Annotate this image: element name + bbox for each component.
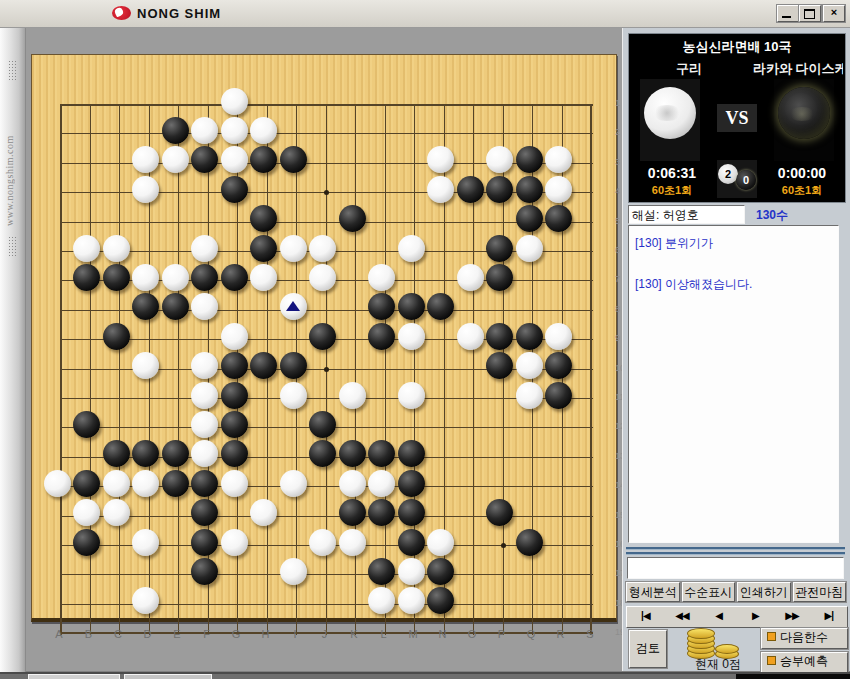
close-button[interactable]: × (823, 5, 845, 22)
stone-black-B14 (73, 470, 100, 497)
col-label-D: D (144, 628, 152, 640)
toolbar-button-0[interactable]: 형세분석 (626, 582, 680, 602)
window-title: NONG SHIM (137, 6, 221, 21)
stone-black-I10 (280, 352, 307, 379)
stone-black-E2 (162, 117, 189, 144)
stone-black-L17 (368, 558, 395, 585)
stone-white-B6 (73, 235, 100, 262)
stone-black-L8 (368, 293, 395, 320)
stone-black-D13 (132, 440, 159, 467)
stone-black-F15 (191, 499, 218, 526)
stone-black-E13 (162, 440, 189, 467)
stone-black-C13 (103, 440, 130, 467)
row-label-6: 6 (615, 245, 620, 255)
stone-black-P4 (486, 176, 513, 203)
bullet-icon (767, 632, 776, 641)
black-clock: 0:00:00 (764, 165, 840, 181)
chat-input[interactable] (627, 557, 844, 579)
white-capture-count: 2 (718, 164, 738, 184)
grid-line-h (60, 133, 593, 134)
col-label-L: L (380, 628, 386, 640)
row-label-9: 9 (615, 333, 620, 343)
grip-dots-bottom (8, 236, 16, 258)
stone-black-P9 (486, 323, 513, 350)
stone-black-R11 (545, 382, 572, 409)
playback-next-button[interactable]: ▶ (737, 607, 774, 627)
coin (715, 644, 739, 654)
playback-first-button[interactable]: |◀ (627, 607, 664, 627)
stone-white-L7 (368, 264, 395, 291)
bullet-icon (767, 656, 776, 665)
stone-black-Q9 (516, 323, 543, 350)
stone-black-E14 (162, 470, 189, 497)
background-window-button (28, 674, 120, 679)
toolbar-button-2[interactable]: 인쇄하기 (737, 582, 791, 602)
stone-black-D8 (132, 293, 159, 320)
stone-black-P15 (486, 499, 513, 526)
move-counter: 130수 (756, 207, 788, 224)
white-player-avatar (640, 79, 700, 161)
stone-black-P10 (486, 352, 513, 379)
playback-last-button[interactable]: ▶| (810, 607, 847, 627)
chat-message-0: [130] 분위기가 (635, 235, 838, 252)
stone-white-N16 (427, 529, 454, 556)
stone-white-C15 (103, 499, 130, 526)
stone-white-M9 (398, 323, 425, 350)
col-label-B: B (85, 628, 92, 640)
stone-white-G16 (221, 529, 248, 556)
stone-white-A14 (44, 470, 71, 497)
col-label-P: P (498, 628, 505, 640)
stone-black-G13 (221, 440, 248, 467)
stone-white-F2 (191, 117, 218, 144)
stone-black-B16 (73, 529, 100, 556)
stone-black-L13 (368, 440, 395, 467)
stone-white-I14 (280, 470, 307, 497)
commentary-chat[interactable]: [130] 분위기가[130] 이상해졌습니다. (628, 225, 839, 543)
row-label-8: 8 (615, 304, 620, 314)
commentator-box: 해설: 허영호 (628, 205, 745, 224)
stone-black-G12 (221, 411, 248, 438)
row-label-2: 2 (615, 127, 620, 137)
stone-black-M8 (398, 293, 425, 320)
stone-black-G10 (221, 352, 248, 379)
stone-white-E7 (162, 264, 189, 291)
stone-black-K5 (339, 205, 366, 232)
stone-white-K16 (339, 529, 366, 556)
stone-white-M6 (398, 235, 425, 262)
stone-white-D16 (132, 529, 159, 556)
stone-black-C7 (103, 264, 130, 291)
col-label-F: F (203, 628, 210, 640)
review-button[interactable]: 검토 (629, 630, 667, 668)
stone-black-K13 (339, 440, 366, 467)
col-label-K: K (350, 628, 357, 640)
stone-black-M14 (398, 470, 425, 497)
col-label-C: C (114, 628, 122, 640)
stone-white-G1 (221, 88, 248, 115)
stone-black-N17 (427, 558, 454, 585)
stone-white-J16 (309, 529, 336, 556)
next-move-button[interactable]: 다음한수 (761, 628, 848, 649)
stone-black-J9 (309, 323, 336, 350)
stone-black-L9 (368, 323, 395, 350)
stone-white-P3 (486, 146, 513, 173)
star-point (324, 367, 329, 372)
col-label-A: A (55, 628, 62, 640)
stone-white-C6 (103, 235, 130, 262)
stone-white-K11 (339, 382, 366, 409)
stone-black-Q16 (516, 529, 543, 556)
playback-controls: |◀◀◀◀▶▶▶▶| (626, 606, 848, 628)
capture-counts: 2 0 (717, 160, 757, 198)
col-label-O: O (468, 628, 477, 640)
stone-white-D14 (132, 470, 159, 497)
board-grid (60, 104, 592, 634)
player-name-white: 구리 (637, 60, 741, 78)
current-points-label: 현재 0점 (681, 656, 755, 673)
stone-black-H5 (250, 205, 277, 232)
stone-white-D7 (132, 264, 159, 291)
grid-line-v (590, 104, 592, 635)
playback-prev-button[interactable]: ◀ (700, 607, 737, 627)
row-label-4: 4 (615, 186, 620, 196)
stone-black-F3 (191, 146, 218, 173)
col-label-Q: Q (527, 628, 536, 640)
white-clock: 0:06:31 (634, 165, 710, 181)
chat-message-1: [130] 이상해졌습니다. (635, 276, 838, 293)
stone-black-H10 (250, 352, 277, 379)
grid-line-v (385, 104, 386, 635)
stone-black-F14 (191, 470, 218, 497)
grid-line-h (60, 398, 593, 399)
col-label-G: G (232, 628, 241, 640)
stone-white-R4 (545, 176, 572, 203)
stone-white-R9 (545, 323, 572, 350)
coin (687, 628, 715, 639)
last-move-triangle-marker (286, 301, 300, 311)
stone-white-G9 (221, 323, 248, 350)
grid-line-h (60, 574, 593, 575)
stone-white-Q10 (516, 352, 543, 379)
stone-white-J7 (309, 264, 336, 291)
col-label-M: M (408, 628, 417, 640)
stone-black-G11 (221, 382, 248, 409)
playback-fast-rewind-button[interactable]: ◀◀ (664, 607, 701, 627)
go-board[interactable] (31, 54, 617, 622)
star-point (501, 543, 506, 548)
stone-white-F12 (191, 411, 218, 438)
stone-black-R10 (545, 352, 572, 379)
black-byoyomi: 60초1회 (764, 183, 840, 198)
stone-white-F6 (191, 235, 218, 262)
black-player-avatar (774, 79, 834, 161)
stone-black-O4 (457, 176, 484, 203)
stone-black-F16 (191, 529, 218, 556)
background-window-button (124, 674, 212, 679)
stone-black-K15 (339, 499, 366, 526)
stone-white-N3 (427, 146, 454, 173)
vs-label: VS (717, 104, 757, 132)
col-label-I: I (293, 628, 296, 640)
stone-white-Q6 (516, 235, 543, 262)
black-capture-count: 0 (736, 170, 756, 190)
panel-separator (626, 547, 845, 557)
stone-black-L15 (368, 499, 395, 526)
stone-white-O7 (457, 264, 484, 291)
stone-white-H7 (250, 264, 277, 291)
stone-black-F7 (191, 264, 218, 291)
grid-line-h (60, 104, 593, 106)
stone-white-H2 (250, 117, 277, 144)
stone-white-O9 (457, 323, 484, 350)
toolbar-button-3[interactable]: 관전마침 (793, 582, 847, 602)
stone-black-J13 (309, 440, 336, 467)
grid-line-v (90, 104, 91, 635)
board-area: ABCDEFGHIJKLMNOPQRS 12345678910111213141… (26, 28, 622, 671)
coins-icon (687, 626, 747, 658)
stone-white-R3 (545, 146, 572, 173)
toolbar: 형세분석수순표시인쇄하기관전마침 (626, 582, 846, 602)
stone-white-G2 (221, 117, 248, 144)
player-name-black: 무라카와 다이스케 (753, 60, 843, 78)
stone-white-I6 (280, 235, 307, 262)
stone-white-D3 (132, 146, 159, 173)
stone-white-L18 (368, 587, 395, 614)
stone-white-E3 (162, 146, 189, 173)
stone-black-M13 (398, 440, 425, 467)
grid-line-h (60, 516, 593, 517)
stone-white-D4 (132, 176, 159, 203)
stone-black-H6 (250, 235, 277, 262)
col-label-N: N (439, 628, 447, 640)
stone-black-H3 (250, 146, 277, 173)
stone-white-G14 (221, 470, 248, 497)
col-label-R: R (557, 628, 565, 640)
col-label-J: J (322, 628, 328, 640)
stone-black-P6 (486, 235, 513, 262)
grip-dots-top (8, 60, 16, 82)
stone-black-G7 (221, 264, 248, 291)
stone-black-B7 (73, 264, 100, 291)
grid-line-v (119, 104, 120, 635)
left-sidebar: www.nongshim.com (0, 28, 26, 672)
stone-white-I8 (280, 293, 307, 320)
stone-white-D10 (132, 352, 159, 379)
stone-white-L14 (368, 470, 395, 497)
grid-line-v (355, 104, 356, 635)
stone-black-Q4 (516, 176, 543, 203)
stone-white-G3 (221, 146, 248, 173)
event-title: 농심신라면배 10국 (629, 38, 845, 56)
star-point (324, 190, 329, 195)
nongshim-logo-icon (112, 6, 131, 20)
stone-white-C14 (103, 470, 130, 497)
stone-white-M18 (398, 587, 425, 614)
grid-line-h (60, 222, 593, 223)
stone-black-N18 (427, 587, 454, 614)
stone-white-K14 (339, 470, 366, 497)
stone-white-F8 (191, 293, 218, 320)
grid-line-v (178, 104, 179, 635)
row-label-7: 7 (615, 274, 620, 284)
stone-white-Q11 (516, 382, 543, 409)
stone-white-F10 (191, 352, 218, 379)
stone-black-B12 (73, 411, 100, 438)
row-label-3: 3 (615, 157, 620, 167)
stone-black-N8 (427, 293, 454, 320)
stone-white-M11 (398, 382, 425, 409)
title-bar: NONG SHIM × (0, 0, 850, 28)
stone-black-C9 (103, 323, 130, 350)
stone-black-I3 (280, 146, 307, 173)
stone-black-M15 (398, 499, 425, 526)
stone-white-D18 (132, 587, 159, 614)
stone-white-F11 (191, 382, 218, 409)
col-label-E: E (173, 628, 180, 640)
toolbar-button-1[interactable]: 수순표시 (682, 582, 736, 602)
stone-black-J12 (309, 411, 336, 438)
stone-white-H15 (250, 499, 277, 526)
stone-black-P7 (486, 264, 513, 291)
stone-black-M16 (398, 529, 425, 556)
row-label-1: 1 (615, 98, 620, 108)
minimize-button[interactable] (777, 5, 799, 22)
bottom-edge-strip (0, 672, 850, 679)
maximize-button[interactable] (799, 5, 821, 22)
stone-black-G4 (221, 176, 248, 203)
stone-black-Q3 (516, 146, 543, 173)
background-window-fragment (736, 674, 850, 679)
col-label-S: S (586, 628, 593, 640)
nongshim-url-vertical-text: www.nongshim.com (4, 86, 15, 226)
stone-white-I17 (280, 558, 307, 585)
stone-white-F13 (191, 440, 218, 467)
stone-white-B15 (73, 499, 100, 526)
stone-white-J6 (309, 235, 336, 262)
white-byoyomi: 60초1회 (634, 183, 710, 198)
stone-black-E8 (162, 293, 189, 320)
stone-black-R5 (545, 205, 572, 232)
right-panel: 농심신라면배 10국 구리 무라카와 다이스케 VS 0:06:31 0:00:… (622, 28, 850, 671)
stone-white-M17 (398, 558, 425, 585)
grid-line-v (414, 104, 415, 635)
match-header: 농심신라면배 10국 구리 무라카와 다이스케 VS 0:06:31 0:00:… (628, 33, 846, 203)
stone-white-I11 (280, 382, 307, 409)
row-label-5: 5 (615, 216, 620, 226)
col-label-H: H (262, 628, 270, 640)
playback-fast-forward-button[interactable]: ▶▶ (774, 607, 811, 627)
predict-winner-button[interactable]: 승부예측 (761, 652, 848, 673)
stone-black-F17 (191, 558, 218, 585)
stone-black-Q5 (516, 205, 543, 232)
stone-white-N4 (427, 176, 454, 203)
grid-line-v (60, 104, 62, 635)
